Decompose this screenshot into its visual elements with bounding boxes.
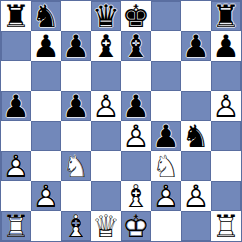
square-e5[interactable]: ♟ [121, 91, 151, 121]
square-f2[interactable]: ♟♙ [151, 181, 181, 211]
piece-fill-layer: ♟ [31, 181, 61, 211]
piece-black-rook[interactable]: ♜ [211, 1, 241, 31]
square-g2[interactable]: ♟♙ [181, 181, 211, 211]
piece-black-pawn[interactable]: ♟ [31, 31, 61, 61]
square-d4[interactable] [91, 121, 121, 151]
square-h4[interactable] [211, 121, 241, 151]
piece-black-pawn[interactable]: ♟ [61, 31, 91, 61]
square-e1[interactable]: ♚♔ [121, 211, 151, 241]
square-f8[interactable] [151, 1, 181, 31]
square-b7[interactable]: ♟ [31, 31, 61, 61]
piece-white-pawn[interactable]: ♟♙ [91, 91, 121, 121]
square-h5[interactable]: ♟♙ [211, 91, 241, 121]
piece-glyph: ♝ [121, 31, 151, 61]
square-a3[interactable]: ♟♙ [1, 151, 31, 181]
piece-white-knight[interactable]: ♞♘ [61, 151, 91, 181]
piece-black-king[interactable]: ♚ [121, 1, 151, 31]
piece-outline-layer: ♖ [1, 211, 31, 241]
piece-glyph: ♝ [91, 31, 121, 61]
piece-glyph: ♟ [1, 91, 31, 121]
piece-glyph: ♟ [31, 31, 61, 61]
piece-glyph: ♞ [181, 121, 211, 151]
square-c4[interactable] [61, 121, 91, 151]
piece-fill-layer: ♞ [61, 151, 91, 181]
square-d1[interactable]: ♛♕ [91, 211, 121, 241]
square-g5[interactable] [181, 91, 211, 121]
square-g1[interactable] [181, 211, 211, 241]
square-f4[interactable]: ♟ [151, 121, 181, 151]
piece-black-knight[interactable]: ♞ [181, 121, 211, 151]
square-c3[interactable]: ♞♘ [61, 151, 91, 181]
square-e2[interactable]: ♝♗ [121, 181, 151, 211]
piece-glyph: ♟ [121, 91, 151, 121]
piece-glyph: ♞ [31, 1, 61, 31]
piece-white-rook[interactable]: ♜♖ [211, 211, 241, 241]
square-g7[interactable]: ♟ [181, 31, 211, 61]
square-e8[interactable]: ♚ [121, 1, 151, 31]
piece-black-pawn[interactable]: ♟ [121, 91, 151, 121]
piece-outline-layer: ♙ [211, 91, 241, 121]
square-g6[interactable] [181, 61, 211, 91]
piece-fill-layer: ♟ [151, 181, 181, 211]
square-b5[interactable] [31, 91, 61, 121]
piece-outline-layer: ♔ [121, 211, 151, 241]
square-e7[interactable]: ♝ [121, 31, 151, 61]
piece-glyph: ♚ [121, 1, 151, 31]
piece-outline-layer: ♙ [31, 181, 61, 211]
square-a2[interactable] [1, 181, 31, 211]
piece-outline-layer: ♘ [61, 151, 91, 181]
piece-black-pawn[interactable]: ♟ [61, 91, 91, 121]
piece-glyph: ♛ [91, 1, 121, 31]
piece-fill-layer: ♜ [211, 211, 241, 241]
piece-white-bishop[interactable]: ♝♗ [121, 181, 151, 211]
piece-fill-layer: ♝ [61, 211, 91, 241]
piece-fill-layer: ♚ [121, 211, 151, 241]
square-h3[interactable] [211, 151, 241, 181]
piece-fill-layer: ♟ [181, 181, 211, 211]
square-b8[interactable]: ♞ [31, 1, 61, 31]
piece-fill-layer: ♝ [121, 181, 151, 211]
square-d2[interactable] [91, 181, 121, 211]
square-d3[interactable] [91, 151, 121, 181]
square-a6[interactable] [1, 61, 31, 91]
square-g8[interactable] [181, 1, 211, 31]
piece-outline-layer: ♙ [151, 181, 181, 211]
piece-white-pawn[interactable]: ♟♙ [211, 91, 241, 121]
piece-black-pawn[interactable]: ♟ [181, 31, 211, 61]
piece-black-pawn[interactable]: ♟ [211, 31, 241, 61]
piece-white-pawn[interactable]: ♟♙ [31, 181, 61, 211]
square-h6[interactable] [211, 61, 241, 91]
square-f5[interactable] [151, 91, 181, 121]
piece-fill-layer: ♟ [1, 151, 31, 181]
square-e3[interactable] [121, 151, 151, 181]
square-h1[interactable]: ♜♖ [211, 211, 241, 241]
square-f7[interactable] [151, 31, 181, 61]
piece-outline-layer: ♗ [121, 181, 151, 211]
piece-outline-layer: ♘ [151, 151, 181, 181]
piece-black-pawn[interactable]: ♟ [151, 121, 181, 151]
piece-glyph: ♟ [181, 31, 211, 61]
piece-white-knight[interactable]: ♞♘ [151, 151, 181, 181]
piece-glyph: ♜ [1, 1, 31, 31]
square-a5[interactable]: ♟ [1, 91, 31, 121]
piece-fill-layer: ♟ [121, 121, 151, 151]
piece-glyph: ♟ [61, 31, 91, 61]
square-c2[interactable] [61, 181, 91, 211]
square-h8[interactable]: ♜ [211, 1, 241, 31]
piece-fill-layer: ♛ [91, 211, 121, 241]
piece-outline-layer: ♙ [181, 181, 211, 211]
piece-outline-layer: ♙ [91, 91, 121, 121]
piece-glyph: ♟ [211, 31, 241, 61]
piece-outline-layer: ♗ [61, 211, 91, 241]
square-c6[interactable] [61, 61, 91, 91]
square-g4[interactable]: ♞ [181, 121, 211, 151]
piece-outline-layer: ♙ [121, 121, 151, 151]
square-h7[interactable]: ♟ [211, 31, 241, 61]
piece-black-queen[interactable]: ♛ [91, 1, 121, 31]
square-b6[interactable] [31, 61, 61, 91]
piece-white-king[interactable]: ♚♔ [121, 211, 151, 241]
square-b2[interactable]: ♟♙ [31, 181, 61, 211]
piece-fill-layer: ♞ [151, 151, 181, 181]
square-b3[interactable] [31, 151, 61, 181]
piece-outline-layer: ♕ [91, 211, 121, 241]
square-e4[interactable]: ♟♙ [121, 121, 151, 151]
square-c7[interactable]: ♟ [61, 31, 91, 61]
piece-white-bishop[interactable]: ♝♗ [61, 211, 91, 241]
square-c5[interactable]: ♟ [61, 91, 91, 121]
square-c1[interactable]: ♝♗ [61, 211, 91, 241]
piece-white-queen[interactable]: ♛♕ [91, 211, 121, 241]
piece-fill-layer: ♟ [91, 91, 121, 121]
piece-white-pawn[interactable]: ♟♙ [1, 151, 31, 181]
piece-fill-layer: ♟ [211, 91, 241, 121]
piece-black-knight[interactable]: ♞ [31, 1, 61, 31]
piece-outline-layer: ♙ [1, 151, 31, 181]
square-f3[interactable]: ♞♘ [151, 151, 181, 181]
piece-white-rook[interactable]: ♜♖ [1, 211, 31, 241]
square-f1[interactable] [151, 211, 181, 241]
piece-black-bishop[interactable]: ♝ [91, 31, 121, 61]
piece-glyph: ♜ [211, 1, 241, 31]
piece-white-pawn[interactable]: ♟♙ [181, 181, 211, 211]
square-a7[interactable] [1, 31, 31, 61]
square-f6[interactable] [151, 61, 181, 91]
piece-fill-layer: ♜ [1, 211, 31, 241]
square-d7[interactable]: ♝ [91, 31, 121, 61]
chess-board: ♜♞♛♚♜♟♟♝♝♟♟♟♟♟♙♟♟♙♟♙♟♞♟♙♞♘♞♘♟♙♝♗♟♙♟♙♜♖♝♗… [0, 0, 242, 242]
piece-white-pawn[interactable]: ♟♙ [121, 121, 151, 151]
square-g3[interactable] [181, 151, 211, 181]
square-c8[interactable] [61, 1, 91, 31]
piece-glyph: ♟ [61, 91, 91, 121]
square-a1[interactable]: ♜♖ [1, 211, 31, 241]
piece-outline-layer: ♖ [211, 211, 241, 241]
square-a8[interactable]: ♜ [1, 1, 31, 31]
square-a4[interactable] [1, 121, 31, 151]
square-b1[interactable] [31, 211, 61, 241]
square-h2[interactable] [211, 181, 241, 211]
piece-black-pawn[interactable]: ♟ [1, 91, 31, 121]
piece-black-bishop[interactable]: ♝ [121, 31, 151, 61]
square-b4[interactable] [31, 121, 61, 151]
piece-glyph: ♟ [151, 121, 181, 151]
piece-white-pawn[interactable]: ♟♙ [151, 181, 181, 211]
square-d5[interactable]: ♟♙ [91, 91, 121, 121]
square-e6[interactable] [121, 61, 151, 91]
piece-black-rook[interactable]: ♜ [1, 1, 31, 31]
square-d8[interactable]: ♛ [91, 1, 121, 31]
square-d6[interactable] [91, 61, 121, 91]
